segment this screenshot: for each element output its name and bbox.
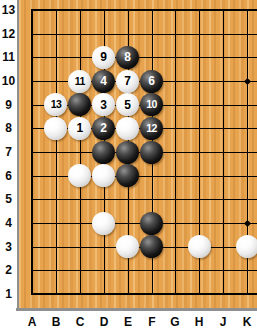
column-label-K: K	[243, 316, 252, 328]
row-label-4: 4	[5, 217, 12, 229]
grid-line	[31, 176, 257, 177]
black-stone-F7[interactable]	[140, 141, 163, 164]
row-label-6: 6	[5, 170, 12, 182]
stone-number: 12	[146, 123, 156, 134]
row-label-7: 7	[5, 146, 12, 158]
black-stone-F8[interactable]: 12	[140, 117, 163, 140]
column-label-E: E	[124, 316, 132, 328]
stone-number: 4	[100, 75, 107, 87]
stone-number: 5	[124, 99, 131, 111]
stone-number: 3	[100, 99, 107, 111]
column-label-J: J	[220, 316, 227, 328]
stone-number: 8	[124, 51, 131, 63]
black-stone-F10[interactable]: 6	[140, 70, 163, 93]
grid-line	[31, 199, 257, 200]
row-label-9: 9	[5, 99, 12, 111]
white-stone-D11[interactable]: 9	[92, 46, 115, 69]
black-stone-D7[interactable]	[92, 141, 115, 164]
white-stone-D4[interactable]	[92, 212, 115, 235]
column-label-B: B	[52, 316, 61, 328]
stone-number: 10	[146, 99, 156, 110]
white-stone-E10[interactable]: 7	[116, 70, 139, 93]
grid-line	[31, 57, 257, 58]
row-label-2: 2	[5, 264, 12, 276]
stone-number: 2	[100, 122, 107, 134]
stone-number: 1	[76, 122, 83, 134]
black-stone-E11[interactable]: 8	[116, 46, 139, 69]
row-label-12: 12	[2, 28, 15, 40]
black-stone-D10[interactable]: 4	[92, 70, 115, 93]
grid-line	[31, 34, 257, 35]
row-label-11: 11	[2, 51, 15, 63]
black-stone-E7[interactable]	[116, 141, 139, 164]
row-label-3: 3	[5, 241, 12, 253]
grid-line	[31, 270, 257, 271]
white-stone-K3[interactable]	[236, 235, 257, 258]
row-label-10: 10	[2, 75, 15, 87]
stone-number: 11	[75, 76, 85, 87]
grid-line	[31, 293, 257, 295]
row-label-13: 13	[2, 4, 15, 16]
stone-number: 13	[51, 99, 61, 110]
column-label-A: A	[28, 316, 37, 328]
black-stone-D8[interactable]: 2	[92, 117, 115, 140]
column-label-D: D	[100, 316, 109, 328]
row-label-8: 8	[5, 122, 12, 134]
stone-number: 7	[124, 75, 131, 87]
white-stone-C8[interactable]: 1	[68, 117, 91, 140]
board-edge-shadow-left	[17, 0, 19, 311]
grid-line	[31, 9, 257, 11]
stone-number: 9	[100, 51, 107, 63]
column-label-G: G	[170, 316, 179, 328]
row-label-1: 1	[5, 288, 12, 300]
column-label-H: H	[195, 316, 204, 328]
white-stone-H3[interactable]	[188, 235, 211, 258]
white-stone-C10[interactable]: 11	[68, 70, 91, 93]
column-label-C: C	[76, 316, 85, 328]
black-stone-F4[interactable]	[140, 212, 163, 235]
column-label-F: F	[148, 316, 155, 328]
row-label-5: 5	[5, 193, 12, 205]
white-stone-E8[interactable]	[116, 117, 139, 140]
stone-number: 6	[148, 75, 155, 87]
go-diagram: 98114761335101212 13121110987654321ABCDE…	[0, 0, 257, 332]
